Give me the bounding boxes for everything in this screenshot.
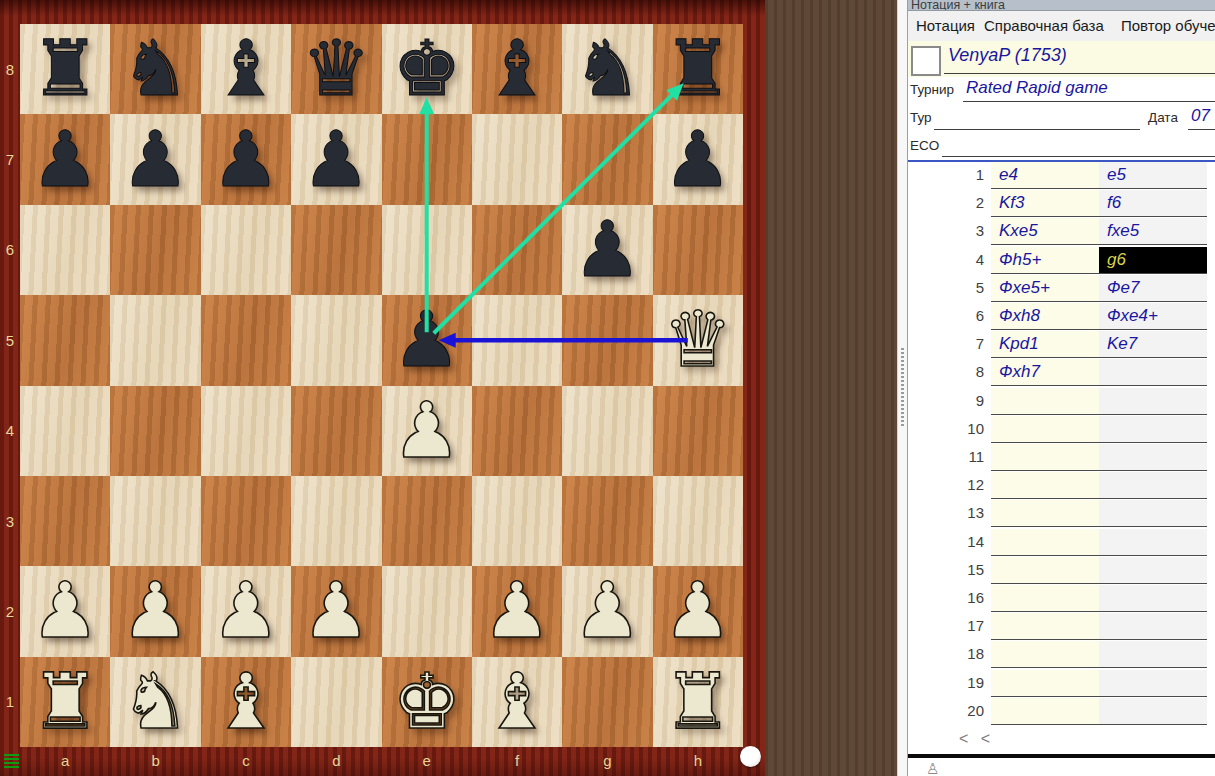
move-row-8: 8Фxh7 bbox=[908, 359, 1215, 387]
square-a8[interactable]: ♜ bbox=[20, 24, 110, 114]
square-e8[interactable]: ♚ bbox=[382, 24, 472, 114]
file-label-b: b bbox=[110, 747, 200, 773]
move-row-19: 19 bbox=[908, 670, 1215, 698]
square-c3[interactable] bbox=[201, 476, 291, 566]
move-row-15: 15 bbox=[908, 557, 1215, 585]
player-name[interactable]: VenyaP (1753) bbox=[948, 45, 1067, 66]
square-b6[interactable] bbox=[110, 205, 200, 295]
move-15-white[interactable] bbox=[991, 557, 1099, 584]
white-rook-a1[interactable]: ♜ bbox=[31, 657, 100, 747]
date-field[interactable]: 07 bbox=[1191, 106, 1210, 126]
move-row-18: 18 bbox=[908, 641, 1215, 669]
move-4-black[interactable]: g6 bbox=[1099, 247, 1207, 274]
move-6-black[interactable]: Фxe4+ bbox=[1099, 303, 1207, 330]
black-rook-h8[interactable]: ♜ bbox=[663, 24, 732, 114]
square-g7[interactable] bbox=[562, 114, 652, 204]
white-pawn-d2[interactable]: ♟ bbox=[302, 566, 371, 656]
collapse-control[interactable]: < < bbox=[959, 730, 994, 748]
square-g3[interactable] bbox=[562, 476, 652, 566]
rank-label-6: 6 bbox=[0, 205, 20, 295]
square-h5[interactable]: ♛ bbox=[653, 295, 743, 385]
move-19-white[interactable] bbox=[991, 670, 1099, 697]
move-number: 14 bbox=[908, 533, 984, 550]
round-row: Тур Дата 07 bbox=[908, 105, 1215, 133]
tournament-label: Турнир bbox=[910, 82, 954, 97]
square-f8[interactable]: ♝ bbox=[472, 24, 562, 114]
square-e5[interactable]: ♟ bbox=[382, 295, 472, 385]
rank-label-4: 4 bbox=[0, 386, 20, 476]
move-6-white[interactable]: Фxh8 bbox=[991, 303, 1099, 330]
black-pawn-e5[interactable]: ♟ bbox=[392, 295, 461, 385]
black-king-e8[interactable]: ♚ bbox=[392, 24, 461, 114]
move-number: 10 bbox=[908, 420, 984, 437]
move-number: 16 bbox=[908, 589, 984, 606]
square-a7[interactable]: ♟ bbox=[20, 114, 110, 204]
move-5-black[interactable]: Фe7 bbox=[1099, 275, 1207, 302]
move-16-white[interactable] bbox=[991, 585, 1099, 612]
move-20-black[interactable] bbox=[1099, 698, 1207, 725]
square-d3[interactable] bbox=[291, 476, 381, 566]
black-pawn-d7[interactable]: ♟ bbox=[302, 115, 371, 205]
square-f3[interactable] bbox=[472, 476, 562, 566]
move-1-white[interactable]: e4 bbox=[991, 162, 1099, 189]
move-14-black[interactable] bbox=[1099, 529, 1207, 556]
move-row-9: 9 bbox=[908, 388, 1215, 416]
white-pawn-c2[interactable]: ♟ bbox=[211, 566, 280, 656]
white-king-e1[interactable]: ♚ bbox=[392, 657, 461, 747]
square-h8[interactable]: ♜ bbox=[653, 24, 743, 114]
move-number: 18 bbox=[908, 645, 984, 662]
black-pawn-g6[interactable]: ♟ bbox=[573, 205, 642, 295]
file-label-c: c bbox=[201, 747, 291, 773]
square-f6[interactable] bbox=[472, 205, 562, 295]
move-15-black[interactable] bbox=[1099, 557, 1207, 584]
file-label-e: e bbox=[382, 747, 472, 773]
move-4-white[interactable]: Фh5+ bbox=[991, 247, 1099, 274]
move-12-white[interactable] bbox=[991, 472, 1099, 499]
player-row: VenyaP (1753) bbox=[908, 41, 1215, 77]
black-knight-g8[interactable]: ♞ bbox=[573, 24, 642, 114]
move-12-black[interactable] bbox=[1099, 472, 1207, 499]
move-5-white[interactable]: Фxe5+ bbox=[991, 275, 1099, 302]
white-knight-b1[interactable]: ♞ bbox=[121, 657, 190, 747]
square-a2[interactable]: ♟ bbox=[20, 566, 110, 656]
move-number: 13 bbox=[908, 504, 984, 521]
square-c1[interactable]: ♝ bbox=[201, 657, 291, 747]
square-b2[interactable]: ♟ bbox=[110, 566, 200, 656]
square-a6[interactable] bbox=[20, 205, 110, 295]
square-c2[interactable]: ♟ bbox=[201, 566, 291, 656]
move-row-13: 13 bbox=[908, 500, 1215, 528]
move-10-white[interactable] bbox=[991, 416, 1099, 443]
black-pawn-c7[interactable]: ♟ bbox=[211, 115, 280, 205]
move-20-white[interactable] bbox=[991, 698, 1099, 725]
bottom-toolbar: ♙ bbox=[908, 758, 1215, 776]
move-10-black[interactable] bbox=[1099, 416, 1207, 443]
rank-label-8: 8 bbox=[0, 24, 20, 114]
move-9-white[interactable] bbox=[991, 388, 1099, 415]
move-number: 1 bbox=[908, 166, 984, 183]
square-e1[interactable]: ♚ bbox=[382, 657, 472, 747]
white-pawn-h2[interactable]: ♟ bbox=[663, 566, 732, 656]
move-row-3: 3Kxe5fxe5 bbox=[908, 218, 1215, 246]
date-label: Дата bbox=[1148, 110, 1178, 125]
move-row-20: 20 bbox=[908, 698, 1215, 726]
square-d8[interactable]: ♛ bbox=[291, 24, 381, 114]
square-g4[interactable] bbox=[562, 386, 652, 476]
white-rook-h1[interactable]: ♜ bbox=[663, 657, 732, 747]
square-e4[interactable]: ♟ bbox=[382, 386, 472, 476]
move-row-16: 16 bbox=[908, 585, 1215, 613]
square-a1[interactable]: ♜ bbox=[20, 657, 110, 747]
move-row-12: 12 bbox=[908, 472, 1215, 500]
move-number: 9 bbox=[908, 392, 984, 409]
square-h1[interactable]: ♜ bbox=[653, 657, 743, 747]
move-row-1: 1e4e5 bbox=[908, 162, 1215, 190]
black-pawn-a7[interactable]: ♟ bbox=[31, 115, 100, 205]
eco-row: ECO bbox=[908, 133, 1215, 160]
file-label-d: d bbox=[291, 747, 381, 773]
white-pawn-b2[interactable]: ♟ bbox=[121, 566, 190, 656]
move-9-black[interactable] bbox=[1099, 388, 1207, 415]
move-3-white[interactable]: Kxe5 bbox=[991, 218, 1099, 245]
square-g6[interactable]: ♟ bbox=[562, 205, 652, 295]
file-label-g: g bbox=[562, 747, 652, 773]
square-f7[interactable] bbox=[472, 114, 562, 204]
board-frame: ♜♞♝♛♚♝♞♜♟♟♟♟♟♟♟♛♟♟♟♟♟♟♟♟♜♞♝♚♝♜ 87654321 … bbox=[0, 0, 765, 776]
square-h7[interactable]: ♟ bbox=[653, 114, 743, 204]
tab-1[interactable]: Нотация bbox=[916, 17, 975, 34]
move-11-white[interactable] bbox=[991, 444, 1099, 471]
move-row-14: 14 bbox=[908, 529, 1215, 557]
square-e6[interactable] bbox=[382, 205, 472, 295]
file-label-h: h bbox=[653, 747, 743, 773]
file-label-f: f bbox=[472, 747, 562, 773]
square-e7[interactable] bbox=[382, 114, 472, 204]
white-pawn-f2[interactable]: ♟ bbox=[483, 566, 552, 656]
game-header-form: VenyaP (1753) Турнир Rated Rapid game Ту… bbox=[908, 41, 1215, 160]
square-b3[interactable] bbox=[110, 476, 200, 566]
rank-label-7: 7 bbox=[0, 114, 20, 204]
tournament-field[interactable]: Rated Rapid game bbox=[966, 78, 1108, 98]
round-label: Тур bbox=[910, 110, 932, 125]
move-number: 7 bbox=[908, 335, 984, 352]
move-17-black[interactable] bbox=[1099, 613, 1207, 640]
square-d7[interactable]: ♟ bbox=[291, 114, 381, 204]
rank-label-3: 3 bbox=[0, 476, 20, 566]
move-row-6: 6Фxh8Фxe4+ bbox=[908, 303, 1215, 331]
move-19-black[interactable] bbox=[1099, 670, 1207, 697]
white-bishop-f1[interactable]: ♝ bbox=[483, 657, 552, 747]
square-d4[interactable] bbox=[291, 386, 381, 476]
move-number: 5 bbox=[908, 279, 984, 296]
square-a4[interactable] bbox=[20, 386, 110, 476]
move-11-black[interactable] bbox=[1099, 444, 1207, 471]
move-row-10: 10 bbox=[908, 416, 1215, 444]
eco-field[interactable] bbox=[942, 156, 1215, 157]
black-knight-b8[interactable]: ♞ bbox=[121, 24, 190, 114]
eco-label: ECO bbox=[910, 138, 939, 153]
square-d6[interactable] bbox=[291, 205, 381, 295]
chess-app-window: ♜♞♝♛♚♝♞♜♟♟♟♟♟♟♟♛♟♟♟♟♟♟♟♟♜♞♝♚♝♜ 87654321 … bbox=[0, 0, 1215, 776]
square-b5[interactable] bbox=[110, 295, 200, 385]
square-d5[interactable] bbox=[291, 295, 381, 385]
move-number: 2 bbox=[908, 194, 984, 211]
square-c5[interactable] bbox=[201, 295, 291, 385]
move-row-17: 17 bbox=[908, 613, 1215, 641]
move-number: 15 bbox=[908, 561, 984, 578]
square-a5[interactable] bbox=[20, 295, 110, 385]
panel-titlebar[interactable]: Нотация + книга bbox=[908, 0, 1215, 10]
square-b7[interactable]: ♟ bbox=[110, 114, 200, 204]
white-pawn-g2[interactable]: ♟ bbox=[573, 566, 642, 656]
move-13-black[interactable] bbox=[1099, 500, 1207, 527]
panel-title: Нотация + книга bbox=[911, 0, 1215, 10]
black-pawn-b7[interactable]: ♟ bbox=[121, 115, 190, 205]
white-bishop-c1[interactable]: ♝ bbox=[211, 657, 280, 747]
splitter-handle-icon bbox=[901, 348, 904, 428]
square-g5[interactable] bbox=[562, 295, 652, 385]
move-8-white[interactable]: Фxh7 bbox=[991, 359, 1099, 386]
rank-label-2: 2 bbox=[0, 566, 20, 656]
square-b1[interactable]: ♞ bbox=[110, 657, 200, 747]
move-1-black[interactable]: e5 bbox=[1099, 162, 1207, 189]
move-number: 19 bbox=[908, 674, 984, 691]
white-to-move-indicator bbox=[740, 746, 761, 767]
square-f4[interactable] bbox=[472, 386, 562, 476]
move-row-11: 11 bbox=[908, 444, 1215, 472]
move-8-black[interactable] bbox=[1099, 359, 1207, 386]
move-18-white[interactable] bbox=[991, 641, 1099, 668]
move-row-4: 4Фh5+g6 bbox=[908, 247, 1215, 275]
board-area: ♜♞♝♛♚♝♞♜♟♟♟♟♟♟♟♛♟♟♟♟♟♟♟♟♜♞♝♚♝♜ 87654321 … bbox=[0, 0, 897, 776]
square-b8[interactable]: ♞ bbox=[110, 24, 200, 114]
black-pawn-h7[interactable]: ♟ bbox=[663, 115, 732, 205]
move-list: 1e4e52Kf3f63Kxe5fxe54Фh5+g65Фxe5+Фe76Фxh… bbox=[908, 162, 1215, 726]
square-g8[interactable]: ♞ bbox=[562, 24, 652, 114]
square-e3[interactable] bbox=[382, 476, 472, 566]
square-g1[interactable] bbox=[562, 657, 652, 747]
move-number: 8 bbox=[908, 363, 984, 380]
move-2-white[interactable]: Kf3 bbox=[991, 190, 1099, 217]
square-f5[interactable] bbox=[472, 295, 562, 385]
player-checkbox[interactable] bbox=[911, 46, 941, 76]
white-pawn-a2[interactable]: ♟ bbox=[31, 566, 100, 656]
move-17-white[interactable] bbox=[991, 613, 1099, 640]
square-h4[interactable] bbox=[653, 386, 743, 476]
file-label-a: a bbox=[20, 747, 110, 773]
square-h6[interactable] bbox=[653, 205, 743, 295]
move-2-black[interactable]: f6 bbox=[1099, 190, 1207, 217]
square-e2[interactable] bbox=[382, 566, 472, 656]
menu-icon[interactable] bbox=[4, 754, 19, 768]
move-number: 4 bbox=[908, 251, 984, 268]
square-h3[interactable] bbox=[653, 476, 743, 566]
square-h2[interactable]: ♟ bbox=[653, 566, 743, 656]
tournament-row: Турнир Rated Rapid game bbox=[908, 77, 1215, 105]
square-g2[interactable]: ♟ bbox=[562, 566, 652, 656]
move-3-black[interactable]: fxe5 bbox=[1099, 218, 1207, 245]
square-c8[interactable]: ♝ bbox=[201, 24, 291, 114]
move-7-white[interactable]: Kpd1 bbox=[991, 331, 1099, 358]
move-13-white[interactable] bbox=[991, 500, 1099, 527]
rank-label-5: 5 bbox=[0, 295, 20, 385]
square-a3[interactable] bbox=[20, 476, 110, 566]
move-number: 6 bbox=[908, 307, 984, 324]
move-18-black[interactable] bbox=[1099, 641, 1207, 668]
white-queen-h5[interactable]: ♛ bbox=[663, 295, 732, 385]
move-number: 17 bbox=[908, 617, 984, 634]
notation-panel: Нотация + книга НотацияСправочная базаПо… bbox=[907, 0, 1215, 776]
round-field[interactable] bbox=[934, 129, 1140, 130]
black-bishop-f8[interactable]: ♝ bbox=[483, 24, 552, 114]
move-16-black[interactable] bbox=[1099, 585, 1207, 612]
player-underline bbox=[944, 73, 1215, 74]
square-b4[interactable] bbox=[110, 386, 200, 476]
tab-2[interactable]: Справочная база bbox=[984, 17, 1104, 34]
square-d1[interactable] bbox=[291, 657, 381, 747]
panel-tabs: НотацияСправочная базаПовтор обуче bbox=[908, 10, 1215, 42]
move-number: 20 bbox=[908, 702, 984, 719]
black-bishop-c8[interactable]: ♝ bbox=[211, 24, 280, 114]
square-d2[interactable]: ♟ bbox=[291, 566, 381, 656]
black-queen-d8[interactable]: ♛ bbox=[302, 24, 371, 114]
black-rook-a8[interactable]: ♜ bbox=[31, 24, 100, 114]
move-7-black[interactable]: Ke7 bbox=[1099, 331, 1207, 358]
move-number: 3 bbox=[908, 222, 984, 239]
square-f1[interactable]: ♝ bbox=[472, 657, 562, 747]
tab-3[interactable]: Повтор обуче bbox=[1121, 17, 1215, 34]
rank-label-1: 1 bbox=[0, 657, 20, 747]
move-14-white[interactable] bbox=[991, 529, 1099, 556]
move-row-5: 5Фxe5+Фe7 bbox=[908, 275, 1215, 303]
chess-board: ♜♞♝♛♚♝♞♜♟♟♟♟♟♟♟♛♟♟♟♟♟♟♟♟♜♞♝♚♝♜ bbox=[20, 24, 743, 747]
move-row-2: 2Kf3f6 bbox=[908, 190, 1215, 218]
square-c7[interactable]: ♟ bbox=[201, 114, 291, 204]
square-f2[interactable]: ♟ bbox=[472, 566, 562, 656]
move-row-7: 7Kpd1Ke7 bbox=[908, 331, 1215, 359]
pawn-icon[interactable]: ♙ bbox=[926, 760, 939, 776]
move-number: 11 bbox=[908, 448, 984, 465]
square-c6[interactable] bbox=[201, 205, 291, 295]
move-number: 12 bbox=[908, 476, 984, 493]
square-c4[interactable] bbox=[201, 386, 291, 476]
white-pawn-e4[interactable]: ♟ bbox=[392, 386, 461, 476]
